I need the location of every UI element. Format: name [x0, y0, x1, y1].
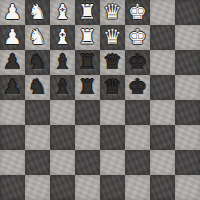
- square-h6[interactable]: [175, 50, 200, 75]
- piece-white-rook[interactable]: ♜: [78, 0, 97, 25]
- square-e5[interactable]: ♛: [100, 75, 125, 100]
- square-g6[interactable]: [150, 50, 175, 75]
- square-d6[interactable]: ♜: [75, 50, 100, 75]
- piece-black-queen[interactable]: ♛: [103, 75, 122, 100]
- piece-white-king[interactable]: ♚: [128, 0, 147, 25]
- piece-black-knight[interactable]: ♞: [28, 75, 47, 100]
- square-g2[interactable]: [150, 150, 175, 175]
- square-b8[interactable]: ♞: [25, 0, 50, 25]
- square-f5[interactable]: ♚: [125, 75, 150, 100]
- square-h8[interactable]: [175, 0, 200, 25]
- piece-white-queen[interactable]: ♛: [103, 0, 122, 25]
- square-d7[interactable]: ♜: [75, 25, 100, 50]
- square-b4[interactable]: [25, 100, 50, 125]
- square-d3[interactable]: [75, 125, 100, 150]
- square-c8[interactable]: ♝: [50, 0, 75, 25]
- square-c7[interactable]: ♝: [50, 25, 75, 50]
- square-d5[interactable]: ♜: [75, 75, 100, 100]
- square-e3[interactable]: [100, 125, 125, 150]
- square-a1[interactable]: [0, 175, 25, 200]
- square-c6[interactable]: ♝: [50, 50, 75, 75]
- piece-white-bishop[interactable]: ♝: [53, 25, 72, 50]
- square-g4[interactable]: [150, 100, 175, 125]
- chess-board-window: ♟♞♝♜♛♚♟♞♝♜♛♚♟♞♝♜♛♚♟♞♝♜♛♚: [0, 0, 200, 200]
- square-a6[interactable]: ♟: [0, 50, 25, 75]
- piece-black-pawn[interactable]: ♟: [3, 50, 22, 75]
- square-c4[interactable]: [50, 100, 75, 125]
- square-f4[interactable]: [125, 100, 150, 125]
- square-h1[interactable]: [175, 175, 200, 200]
- square-e2[interactable]: [100, 150, 125, 175]
- piece-white-knight[interactable]: ♞: [28, 25, 47, 50]
- piece-black-knight[interactable]: ♞: [28, 50, 47, 75]
- piece-black-king[interactable]: ♚: [128, 50, 147, 75]
- piece-white-pawn[interactable]: ♟: [3, 25, 22, 50]
- piece-black-pawn[interactable]: ♟: [3, 75, 22, 100]
- piece-black-queen[interactable]: ♛: [103, 50, 122, 75]
- square-g3[interactable]: [150, 125, 175, 150]
- square-c5[interactable]: ♝: [50, 75, 75, 100]
- piece-white-king[interactable]: ♚: [128, 25, 147, 50]
- square-c2[interactable]: [50, 150, 75, 175]
- square-h3[interactable]: [175, 125, 200, 150]
- square-a4[interactable]: [0, 100, 25, 125]
- square-e1[interactable]: [100, 175, 125, 200]
- piece-white-bishop[interactable]: ♝: [53, 0, 72, 25]
- square-f3[interactable]: [125, 125, 150, 150]
- square-g1[interactable]: [150, 175, 175, 200]
- square-e4[interactable]: [100, 100, 125, 125]
- square-d1[interactable]: [75, 175, 100, 200]
- square-e6[interactable]: ♛: [100, 50, 125, 75]
- square-a2[interactable]: [0, 150, 25, 175]
- square-f7[interactable]: ♚: [125, 25, 150, 50]
- square-a8[interactable]: ♟: [0, 0, 25, 25]
- square-h4[interactable]: [175, 100, 200, 125]
- piece-black-rook[interactable]: ♜: [78, 50, 97, 75]
- square-f1[interactable]: [125, 175, 150, 200]
- square-e7[interactable]: ♛: [100, 25, 125, 50]
- square-f8[interactable]: ♚: [125, 0, 150, 25]
- piece-white-queen[interactable]: ♛: [103, 25, 122, 50]
- piece-white-knight[interactable]: ♞: [28, 0, 47, 25]
- square-d2[interactable]: [75, 150, 100, 175]
- square-d4[interactable]: [75, 100, 100, 125]
- square-b6[interactable]: ♞: [25, 50, 50, 75]
- square-f6[interactable]: ♚: [125, 50, 150, 75]
- square-a3[interactable]: [0, 125, 25, 150]
- square-b2[interactable]: [25, 150, 50, 175]
- square-d8[interactable]: ♜: [75, 0, 100, 25]
- square-h5[interactable]: [175, 75, 200, 100]
- square-e8[interactable]: ♛: [100, 0, 125, 25]
- square-h2[interactable]: [175, 150, 200, 175]
- square-c3[interactable]: [50, 125, 75, 150]
- square-g5[interactable]: [150, 75, 175, 100]
- piece-white-rook[interactable]: ♜: [78, 25, 97, 50]
- square-b5[interactable]: ♞: [25, 75, 50, 100]
- square-c1[interactable]: [50, 175, 75, 200]
- square-h7[interactable]: [175, 25, 200, 50]
- square-b7[interactable]: ♞: [25, 25, 50, 50]
- square-b1[interactable]: [25, 175, 50, 200]
- square-g8[interactable]: [150, 0, 175, 25]
- square-a5[interactable]: ♟: [0, 75, 25, 100]
- piece-black-king[interactable]: ♚: [128, 75, 147, 100]
- square-b3[interactable]: [25, 125, 50, 150]
- square-a7[interactable]: ♟: [0, 25, 25, 50]
- square-f2[interactable]: [125, 150, 150, 175]
- piece-black-bishop[interactable]: ♝: [53, 50, 72, 75]
- square-g7[interactable]: [150, 25, 175, 50]
- piece-black-rook[interactable]: ♜: [78, 75, 97, 100]
- piece-black-bishop[interactable]: ♝: [53, 75, 72, 100]
- chess-board: ♟♞♝♜♛♚♟♞♝♜♛♚♟♞♝♜♛♚♟♞♝♜♛♚: [0, 0, 200, 200]
- piece-white-pawn[interactable]: ♟: [3, 0, 22, 25]
